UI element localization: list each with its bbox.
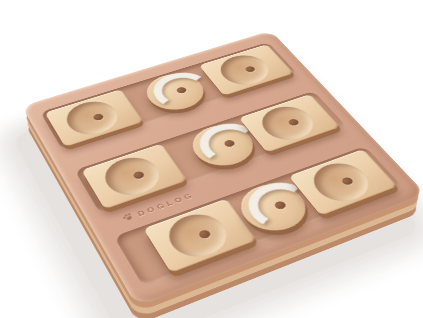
treat-hole	[92, 113, 105, 121]
block-recess	[97, 152, 168, 202]
brand-text: DOGLOG	[136, 191, 196, 218]
slider-block[interactable]	[199, 44, 294, 96]
block-recess	[253, 101, 322, 145]
product-photo-stage: DOGLOG	[0, 0, 423, 318]
treat-hole	[197, 229, 212, 240]
treat-hole	[273, 200, 288, 210]
slider-block[interactable]	[81, 144, 187, 210]
block-recess	[160, 208, 236, 264]
block-recess	[304, 157, 379, 207]
slider-block[interactable]	[45, 89, 144, 147]
treat-hole	[287, 118, 300, 126]
disc-with-rope[interactable]	[138, 68, 213, 115]
block-recess	[213, 51, 277, 90]
rope-handle[interactable]	[243, 180, 321, 233]
slider-block[interactable]	[289, 149, 398, 216]
treat-hole	[132, 170, 146, 180]
disc-with-rope[interactable]	[230, 177, 317, 238]
brand-engraving: DOGLOG	[121, 190, 197, 223]
treat-hole	[244, 65, 256, 72]
slider-block[interactable]	[143, 199, 257, 273]
block-recess	[60, 96, 126, 140]
treat-hole	[340, 176, 354, 186]
puzzle-board: DOGLOG	[22, 31, 423, 307]
scene: DOGLOG	[0, 0, 423, 318]
paw-icon	[120, 211, 137, 223]
